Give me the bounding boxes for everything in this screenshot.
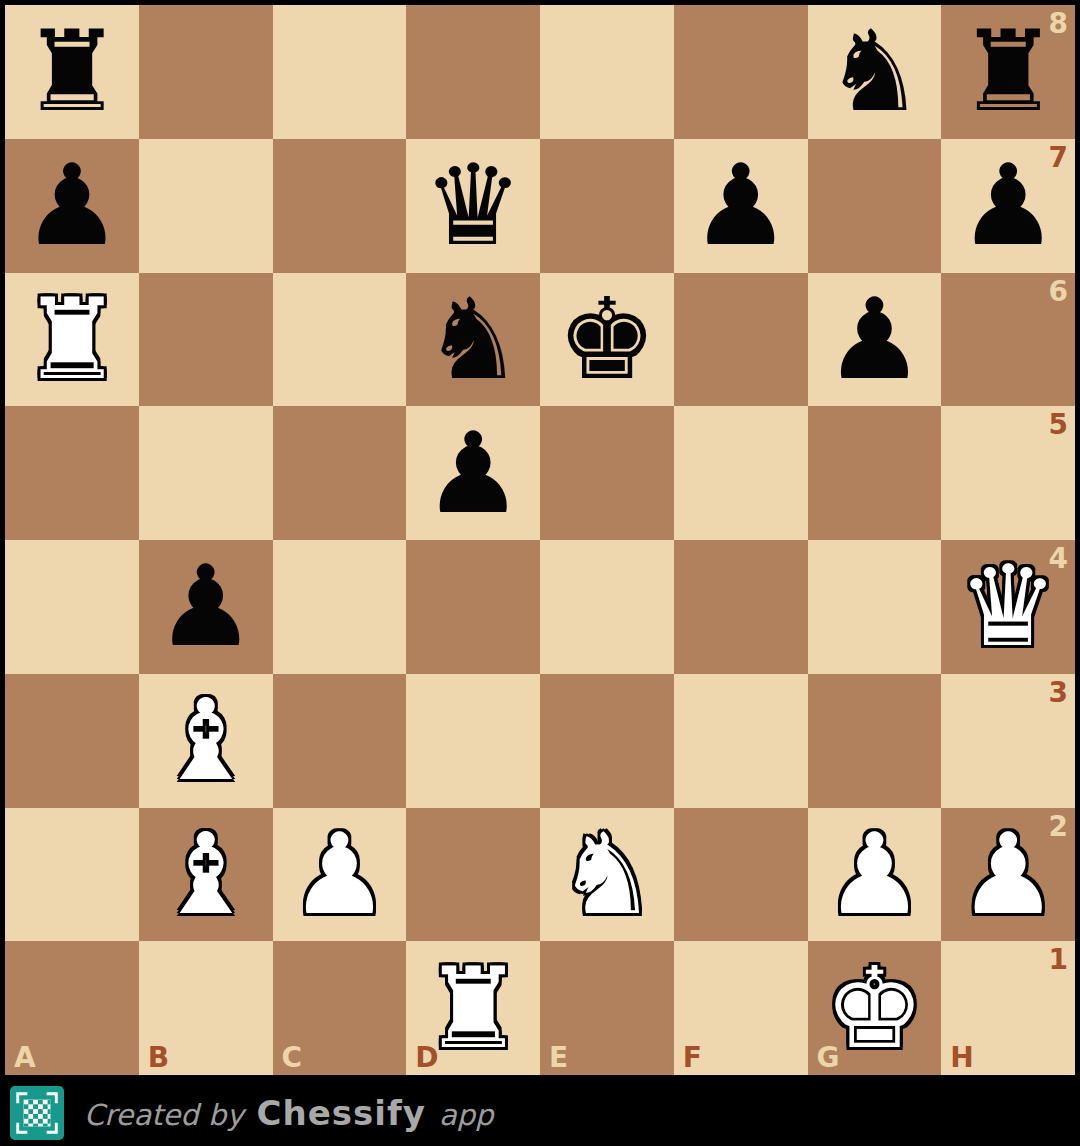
board-frame: ♜♞8♜♟♛♟7♟♜♞♚♟6♟5♟4♛♝3♝♟♞♟2♟ABCD♜EFG♚1H	[0, 0, 1080, 1080]
white-pawn-c2: ♟	[289, 808, 389, 941]
file-label-F: F	[683, 1044, 702, 1072]
square-c7	[273, 139, 407, 273]
square-d1: D♜	[406, 941, 540, 1075]
square-d8	[406, 5, 540, 139]
square-d2	[406, 808, 540, 942]
white-rook-a6: ♜	[22, 273, 122, 406]
square-f7: ♟	[674, 139, 808, 273]
square-g2: ♟	[808, 808, 942, 942]
square-b5	[139, 406, 273, 540]
square-b7	[139, 139, 273, 273]
chess-board: ♜♞8♜♟♛♟7♟♜♞♚♟6♟5♟4♛♝3♝♟♞♟2♟ABCD♜EFG♚1H	[5, 5, 1075, 1075]
square-d4	[406, 540, 540, 674]
square-c5	[273, 406, 407, 540]
black-pawn-g6: ♟	[824, 273, 924, 406]
file-label-A: A	[14, 1044, 36, 1072]
square-h6: 6	[941, 273, 1075, 407]
file-label-G: G	[817, 1044, 840, 1072]
white-queen-h4: ♛	[958, 540, 1058, 673]
rank-label-3: 3	[1049, 679, 1068, 707]
rank-label-7: 7	[1049, 144, 1068, 172]
square-a6: ♜	[5, 273, 139, 407]
square-e7	[540, 139, 674, 273]
square-d6: ♞	[406, 273, 540, 407]
square-b3: ♝	[139, 674, 273, 808]
square-h7: 7♟	[941, 139, 1075, 273]
white-knight-e2: ♞	[557, 808, 657, 941]
square-c3	[273, 674, 407, 808]
square-c1: C	[273, 941, 407, 1075]
black-pawn-d5: ♟	[423, 407, 523, 540]
black-knight-g8: ♞	[824, 5, 924, 138]
square-f4	[674, 540, 808, 674]
white-pawn-g2: ♟	[824, 808, 924, 941]
square-d5: ♟	[406, 406, 540, 540]
black-pawn-f7: ♟	[690, 139, 790, 272]
square-h1: 1H	[941, 941, 1075, 1075]
square-h2: 2♟	[941, 808, 1075, 942]
brand-name: Chessify	[257, 1093, 426, 1133]
square-b2: ♝	[139, 808, 273, 942]
white-pawn-h2: ♟	[958, 808, 1058, 941]
square-e1: E	[540, 941, 674, 1075]
black-rook-a8: ♜	[22, 5, 122, 138]
white-bishop-b3: ♝	[155, 674, 255, 807]
file-label-E: E	[549, 1044, 568, 1072]
square-h5: 5	[941, 406, 1075, 540]
black-pawn-b4: ♟	[155, 540, 255, 673]
file-label-D: D	[415, 1044, 438, 1072]
square-c6	[273, 273, 407, 407]
square-a5	[5, 406, 139, 540]
rank-label-6: 6	[1049, 278, 1068, 306]
square-g5	[808, 406, 942, 540]
footer: Created by Chessify app	[0, 1080, 1080, 1146]
rank-label-5: 5	[1049, 411, 1068, 439]
square-b4: ♟	[139, 540, 273, 674]
square-g3	[808, 674, 942, 808]
black-rook-h8: ♜	[958, 5, 1058, 138]
square-e2: ♞	[540, 808, 674, 942]
square-h3: 3	[941, 674, 1075, 808]
rank-label-8: 8	[1049, 10, 1068, 38]
square-g7	[808, 139, 942, 273]
square-c2: ♟	[273, 808, 407, 942]
square-f1: F	[674, 941, 808, 1075]
square-b8	[139, 5, 273, 139]
square-a4	[5, 540, 139, 674]
square-a8: ♜	[5, 5, 139, 139]
file-label-B: B	[148, 1044, 169, 1072]
chessify-logo-icon	[10, 1086, 64, 1140]
square-a1: A	[5, 941, 139, 1075]
file-label-C: C	[282, 1044, 303, 1072]
square-b6	[139, 273, 273, 407]
square-h4: 4♛	[941, 540, 1075, 674]
created-by-text: Created by	[84, 1098, 244, 1132]
square-e6: ♚	[540, 273, 674, 407]
square-f5	[674, 406, 808, 540]
black-pawn-h7: ♟	[958, 139, 1058, 272]
black-queen-d7: ♛	[423, 139, 523, 272]
square-g8: ♞	[808, 5, 942, 139]
square-g1: G♚	[808, 941, 942, 1075]
rank-label-1: 1	[1049, 946, 1068, 974]
square-g6: ♟	[808, 273, 942, 407]
square-d7: ♛	[406, 139, 540, 273]
square-f6	[674, 273, 808, 407]
square-a2	[5, 808, 139, 942]
black-king-e6: ♚	[557, 273, 657, 406]
credit-line: Created by Chessify app	[84, 1093, 493, 1133]
square-b1: B	[139, 941, 273, 1075]
square-a3	[5, 674, 139, 808]
black-knight-d6: ♞	[423, 273, 523, 406]
white-bishop-b2: ♝	[155, 808, 255, 941]
square-d3	[406, 674, 540, 808]
square-g4	[808, 540, 942, 674]
rank-label-2: 2	[1049, 813, 1068, 841]
square-h8: 8♜	[941, 5, 1075, 139]
file-label-H: H	[950, 1044, 973, 1072]
square-a7: ♟	[5, 139, 139, 273]
square-f2	[674, 808, 808, 942]
square-e3	[540, 674, 674, 808]
square-c4	[273, 540, 407, 674]
square-e4	[540, 540, 674, 674]
square-e8	[540, 5, 674, 139]
square-c8	[273, 5, 407, 139]
black-pawn-a7: ♟	[22, 139, 122, 272]
square-e5	[540, 406, 674, 540]
square-f3	[674, 674, 808, 808]
rank-label-4: 4	[1049, 545, 1068, 573]
square-f8	[674, 5, 808, 139]
app-text: app	[439, 1098, 494, 1132]
